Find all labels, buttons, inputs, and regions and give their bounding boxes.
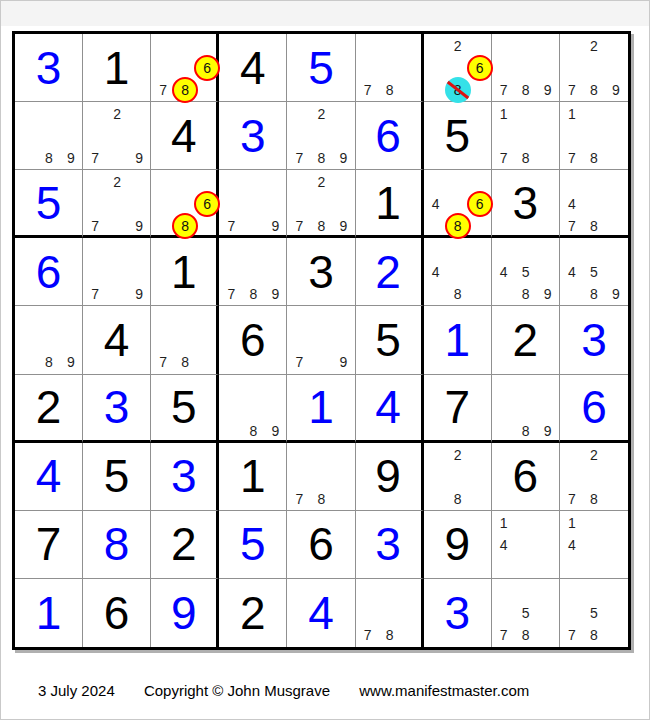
candidate-7: 7 <box>288 351 310 373</box>
candidate-1: 1 <box>561 103 583 125</box>
solved-digit: 6 <box>375 113 401 159</box>
cell-r1c8[interactable]: 789 <box>492 34 560 102</box>
candidate-1: 1 <box>493 103 515 125</box>
cell-r8c7[interactable]: 9 <box>424 511 492 579</box>
given-digit: 2 <box>240 590 266 636</box>
cell-r1c6[interactable]: 78 <box>356 34 424 102</box>
solved-digit: 3 <box>240 113 266 159</box>
candidate-7: 7 <box>561 488 583 510</box>
highlighted-candidate-8: 8 <box>445 213 471 239</box>
given-digit: 7 <box>36 521 62 567</box>
cell-r5c5[interactable]: 79 <box>287 306 355 374</box>
given-digit: 1 <box>171 249 197 295</box>
given-digit: 9 <box>375 453 401 499</box>
cell-r9c1[interactable]: 1 <box>15 579 83 647</box>
solved-digit: 1 <box>308 384 334 430</box>
candidate-8: 8 <box>583 624 605 646</box>
given-digit: 2 <box>36 384 62 430</box>
cell-r2c3[interactable]: 4 <box>151 102 219 170</box>
cell-r4c9[interactable]: 4589 <box>560 238 628 306</box>
solved-digit: 3 <box>171 453 197 499</box>
candidate-9: 9 <box>537 79 559 101</box>
cell-r6c9[interactable]: 6 <box>560 375 628 443</box>
candidate-9: 9 <box>537 283 559 305</box>
highlighted-candidate-6: 6 <box>467 55 493 81</box>
footer-website: www.manifestmaster.com <box>359 682 529 699</box>
candidate-2: 2 <box>583 35 605 57</box>
given-digit: 7 <box>444 384 470 430</box>
cell-r2c4[interactable]: 3 <box>219 102 287 170</box>
cell-r6c5[interactable]: 1 <box>287 375 355 443</box>
candidate-7: 7 <box>561 147 583 169</box>
cell-r2c2[interactable]: 279 <box>83 102 151 170</box>
candidate-7: 7 <box>493 79 515 101</box>
candidate-2: 2 <box>310 171 332 193</box>
candidate-2: 2 <box>310 103 332 125</box>
candidate-7: 7 <box>220 283 242 305</box>
cell-r1c3[interactable]: 678 <box>151 34 219 102</box>
candidate-7: 7 <box>493 624 515 646</box>
solved-digit: 3 <box>36 45 62 91</box>
candidate-7: 7 <box>84 283 106 305</box>
cell-r9c9[interactable]: 578 <box>560 579 628 647</box>
solved-digit: 5 <box>240 521 266 567</box>
candidate-5: 5 <box>583 261 605 283</box>
cell-r1c2[interactable]: 1 <box>83 34 151 102</box>
candidate-8: 8 <box>379 624 401 646</box>
cell-r5c7[interactable]: 1 <box>424 306 492 374</box>
cell-r8c9[interactable]: 14 <box>560 511 628 579</box>
cell-r7c8[interactable]: 6 <box>492 443 560 511</box>
given-digit: 3 <box>308 249 334 295</box>
cell-r3c9[interactable]: 478 <box>560 170 628 238</box>
cell-r3c5[interactable]: 2789 <box>287 170 355 238</box>
cell-r3c8[interactable]: 3 <box>492 170 560 238</box>
candidate-7: 7 <box>561 215 583 237</box>
candidate-8: 8 <box>515 79 537 101</box>
given-digit: 6 <box>513 453 539 499</box>
cell-r4c5[interactable]: 3 <box>287 238 355 306</box>
cell-r6c1[interactable]: 2 <box>15 375 83 443</box>
candidate-7: 7 <box>288 147 310 169</box>
solved-digit: 5 <box>308 45 334 91</box>
highlighted-candidate-8: 8 <box>172 213 198 239</box>
cell-r3c6[interactable]: 1 <box>356 170 424 238</box>
cell-r9c4[interactable]: 2 <box>219 579 287 647</box>
solved-digit: 3 <box>581 317 607 363</box>
cell-r8c3[interactable]: 2 <box>151 511 219 579</box>
cell-r9c2[interactable]: 6 <box>83 579 151 647</box>
given-digit: 4 <box>171 113 197 159</box>
candidate-8: 8 <box>174 351 196 373</box>
solved-digit: 6 <box>36 249 62 295</box>
cell-r2c7[interactable]: 5 <box>424 102 492 170</box>
given-digit: 1 <box>240 453 266 499</box>
cell-r7c1[interactable]: 4 <box>15 443 83 511</box>
cell-r7c6[interactable]: 9 <box>356 443 424 511</box>
candidate-4: 4 <box>425 261 447 283</box>
candidate-8: 8 <box>38 147 60 169</box>
candidate-7: 7 <box>84 215 106 237</box>
solved-digit: 3 <box>444 590 470 636</box>
given-digit: 6 <box>240 317 266 363</box>
cell-r5c3[interactable]: 78 <box>151 306 219 374</box>
candidate-9: 9 <box>332 215 354 237</box>
candidate-8: 8 <box>583 283 605 305</box>
cell-r8c5[interactable]: 6 <box>287 511 355 579</box>
candidate-7: 7 <box>561 624 583 646</box>
candidate-8: 8 <box>310 488 332 510</box>
cell-r2c5[interactable]: 2789 <box>287 102 355 170</box>
candidate-8: 8 <box>583 147 605 169</box>
cell-r5c1[interactable]: 89 <box>15 306 83 374</box>
given-digit: 9 <box>444 521 470 567</box>
cell-r1c9[interactable]: 2789 <box>560 34 628 102</box>
candidate-4: 4 <box>425 193 447 215</box>
highlighted-candidate-8: 8 <box>172 77 198 103</box>
candidate-9: 9 <box>332 351 354 373</box>
candidate-9: 9 <box>605 79 627 101</box>
cell-r7c4[interactable]: 1 <box>219 443 287 511</box>
cell-r5c2[interactable]: 4 <box>83 306 151 374</box>
candidate-8: 8 <box>515 624 537 646</box>
cell-r7c3[interactable]: 3 <box>151 443 219 511</box>
candidate-9: 9 <box>264 215 286 237</box>
candidate-4: 4 <box>493 261 515 283</box>
cell-r9c8[interactable]: 578 <box>492 579 560 647</box>
cell-r9c3[interactable]: 9 <box>151 579 219 647</box>
cell-r8c1[interactable]: 7 <box>15 511 83 579</box>
candidate-9: 9 <box>605 283 627 305</box>
solved-digit: 1 <box>444 317 470 363</box>
given-digit: 1 <box>104 45 130 91</box>
candidate-2: 2 <box>447 35 469 57</box>
candidate-8: 8 <box>242 283 264 305</box>
cell-r8c6[interactable]: 3 <box>356 511 424 579</box>
eliminated-candidate-8: 8 <box>445 77 471 103</box>
candidate-8: 8 <box>515 283 537 305</box>
cell-r6c6[interactable]: 4 <box>356 375 424 443</box>
candidate-8: 8 <box>310 215 332 237</box>
given-digit: 6 <box>104 590 130 636</box>
cell-r3c7[interactable]: 468 <box>424 170 492 238</box>
candidate-9: 9 <box>128 147 150 169</box>
cell-r6c4[interactable]: 89 <box>219 375 287 443</box>
cell-r7c7[interactable]: 28 <box>424 443 492 511</box>
candidate-4: 4 <box>493 534 515 556</box>
cell-r2c9[interactable]: 178 <box>560 102 628 170</box>
solved-digit: 3 <box>104 384 130 430</box>
candidate-9: 9 <box>60 147 82 169</box>
sudoku-board: 3167845782687892789892794327896517817852… <box>12 31 631 650</box>
cell-r4c2[interactable]: 79 <box>83 238 151 306</box>
cell-r2c8[interactable]: 178 <box>492 102 560 170</box>
cell-r1c1[interactable]: 3 <box>15 34 83 102</box>
top-strip <box>1 1 649 26</box>
given-digit: 5 <box>171 384 197 430</box>
candidate-5: 5 <box>583 602 605 624</box>
given-digit: 1 <box>375 180 401 226</box>
solved-digit: 4 <box>308 590 334 636</box>
cell-r4c6[interactable]: 2 <box>356 238 424 306</box>
candidate-9: 9 <box>264 283 286 305</box>
cell-r3c3[interactable]: 68 <box>151 170 219 238</box>
candidate-7: 7 <box>357 79 379 101</box>
solved-digit: 4 <box>36 453 62 499</box>
candidate-9: 9 <box>60 351 82 373</box>
candidate-5: 5 <box>515 261 537 283</box>
candidate-8: 8 <box>379 79 401 101</box>
solved-digit: 2 <box>375 249 401 295</box>
candidate-9: 9 <box>128 283 150 305</box>
candidate-9: 9 <box>128 215 150 237</box>
candidate-7: 7 <box>493 147 515 169</box>
candidate-7: 7 <box>288 488 310 510</box>
cell-r1c7[interactable]: 268 <box>424 34 492 102</box>
cell-r7c9[interactable]: 278 <box>560 443 628 511</box>
given-digit: 3 <box>513 180 539 226</box>
candidate-8: 8 <box>242 420 264 442</box>
candidate-2: 2 <box>106 171 128 193</box>
given-digit: 5 <box>444 113 470 159</box>
candidate-7: 7 <box>84 147 106 169</box>
cell-r3c2[interactable]: 279 <box>83 170 151 238</box>
footer-copyright: Copyright © John Musgrave <box>144 682 330 699</box>
given-digit: 6 <box>308 521 334 567</box>
candidate-7: 7 <box>357 624 379 646</box>
given-digit: 4 <box>240 45 266 91</box>
candidate-4: 4 <box>561 534 583 556</box>
cell-r9c6[interactable]: 78 <box>356 579 424 647</box>
given-digit: 5 <box>375 317 401 363</box>
given-digit: 5 <box>104 453 130 499</box>
cell-r3c1[interactable]: 5 <box>15 170 83 238</box>
cell-r2c1[interactable]: 89 <box>15 102 83 170</box>
cell-r6c7[interactable]: 7 <box>424 375 492 443</box>
candidate-8: 8 <box>310 147 332 169</box>
candidate-2: 2 <box>583 444 605 466</box>
cell-r5c6[interactable]: 5 <box>356 306 424 374</box>
highlighted-candidate-6: 6 <box>467 191 493 217</box>
solved-digit: 5 <box>36 180 62 226</box>
solved-digit: 8 <box>104 521 130 567</box>
cell-r1c5[interactable]: 5 <box>287 34 355 102</box>
candidate-8: 8 <box>583 215 605 237</box>
candidate-2: 2 <box>447 444 469 466</box>
footer: 3 July 2024 Copyright © John Musgrave ww… <box>38 682 554 699</box>
given-digit: 4 <box>104 317 130 363</box>
cell-r4c3[interactable]: 1 <box>151 238 219 306</box>
candidate-4: 4 <box>561 261 583 283</box>
candidate-2: 2 <box>106 103 128 125</box>
candidate-1: 1 <box>493 512 515 534</box>
candidate-5: 5 <box>515 602 537 624</box>
given-digit: 2 <box>171 521 197 567</box>
cell-r4c1[interactable]: 6 <box>15 238 83 306</box>
page: 3167845782687892789892794327896517817852… <box>0 0 650 720</box>
candidate-8: 8 <box>515 147 537 169</box>
solved-digit: 6 <box>581 384 607 430</box>
highlighted-candidate-6: 6 <box>194 191 220 217</box>
cell-r8c2[interactable]: 8 <box>83 511 151 579</box>
solved-digit: 3 <box>375 521 401 567</box>
cell-r8c8[interactable]: 14 <box>492 511 560 579</box>
cell-r1c4[interactable]: 4 <box>219 34 287 102</box>
candidate-8: 8 <box>583 79 605 101</box>
candidate-9: 9 <box>332 147 354 169</box>
solved-digit: 9 <box>171 590 197 636</box>
candidate-8: 8 <box>447 283 469 305</box>
cell-r6c3[interactable]: 5 <box>151 375 219 443</box>
footer-date: 3 July 2024 <box>38 682 115 699</box>
solved-digit: 4 <box>375 384 401 430</box>
cell-r8c4[interactable]: 5 <box>219 511 287 579</box>
cell-r5c8[interactable]: 2 <box>492 306 560 374</box>
cell-r7c5[interactable]: 78 <box>287 443 355 511</box>
cell-r6c8[interactable]: 89 <box>492 375 560 443</box>
cell-r7c2[interactable]: 5 <box>83 443 151 511</box>
candidate-8: 8 <box>447 488 469 510</box>
cell-r9c7[interactable]: 3 <box>424 579 492 647</box>
cell-r3c4[interactable]: 79 <box>219 170 287 238</box>
candidate-1: 1 <box>561 512 583 534</box>
candidate-7: 7 <box>220 215 242 237</box>
cell-r2c6[interactable]: 6 <box>356 102 424 170</box>
candidate-7: 7 <box>152 79 174 101</box>
cell-r9c5[interactable]: 4 <box>287 579 355 647</box>
candidate-8: 8 <box>583 488 605 510</box>
cell-r4c7[interactable]: 48 <box>424 238 492 306</box>
candidate-7: 7 <box>561 79 583 101</box>
candidate-9: 9 <box>264 420 286 442</box>
candidate-9: 9 <box>537 420 559 442</box>
cell-r5c4[interactable]: 6 <box>219 306 287 374</box>
candidate-7: 7 <box>152 351 174 373</box>
solved-digit: 1 <box>36 590 62 636</box>
cell-r5c9[interactable]: 3 <box>560 306 628 374</box>
candidate-4: 4 <box>561 193 583 215</box>
cell-r4c4[interactable]: 789 <box>219 238 287 306</box>
candidate-7: 7 <box>288 215 310 237</box>
cell-r6c2[interactable]: 3 <box>83 375 151 443</box>
cell-r4c8[interactable]: 4589 <box>492 238 560 306</box>
given-digit: 2 <box>513 317 539 363</box>
highlighted-candidate-6: 6 <box>194 55 220 81</box>
candidate-8: 8 <box>38 351 60 373</box>
candidate-8: 8 <box>515 420 537 442</box>
